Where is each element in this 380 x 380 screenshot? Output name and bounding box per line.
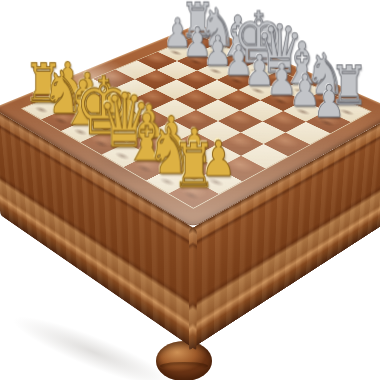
piece-silver-pawn-a7: ♟ <box>313 79 345 124</box>
piece-gold-rook-a1: ♜ <box>172 135 216 196</box>
product-photo-stage: ♜♞♝♚♛♝♞♜♟♟♟♟♟♟♟♟♟♟♟♟♟♟♟♟♜♞♝♚♛♝♞♜ <box>0 0 380 380</box>
scene: ♜♞♝♚♛♝♞♜♟♟♟♟♟♟♟♟♟♟♟♟♟♟♟♟♜♞♝♚♛♝♞♜ <box>0 0 380 380</box>
square-a1: ♜ <box>169 181 218 208</box>
chess-case: ♜♞♝♚♛♝♞♜♟♟♟♟♟♟♟♟♟♟♟♟♟♟♟♟♜♞♝♚♛♝♞♜ <box>0 24 380 227</box>
square-a7: ♟ <box>306 111 350 133</box>
